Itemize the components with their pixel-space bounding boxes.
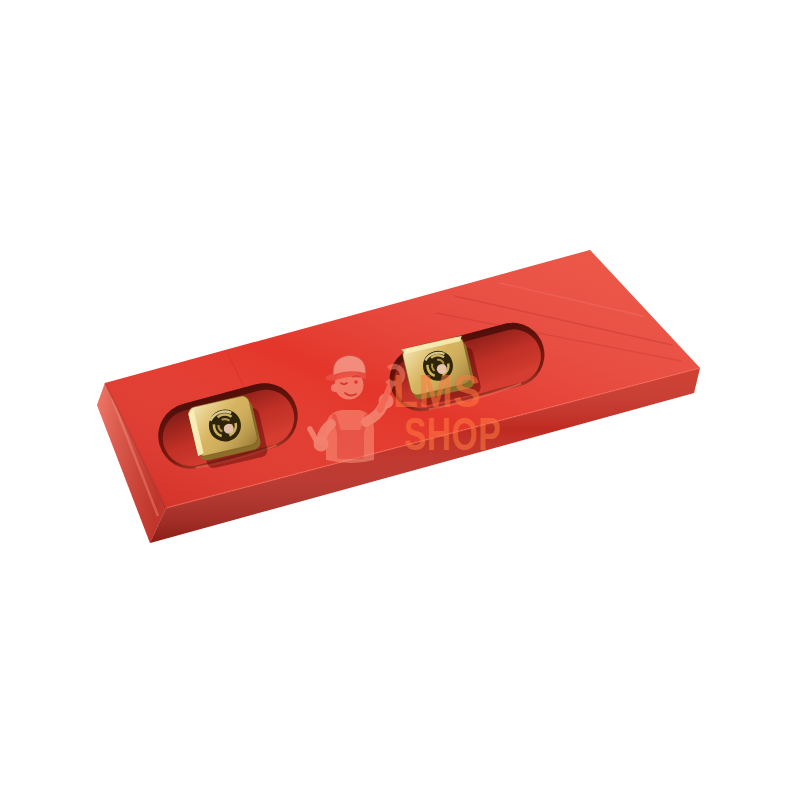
product-image: LMS SHOP <box>0 0 799 799</box>
product-photo-svg: LMS SHOP <box>0 0 799 799</box>
watermark-text-line2: SHOP <box>404 407 501 460</box>
